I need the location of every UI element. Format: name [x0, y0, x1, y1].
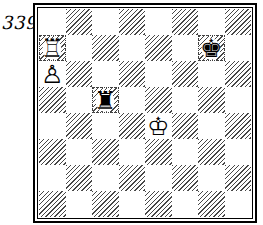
square-g1[interactable] — [198, 191, 225, 217]
square-e1[interactable] — [145, 191, 172, 217]
square-c3[interactable] — [92, 139, 119, 165]
square-c5[interactable]: ♜ — [92, 87, 119, 113]
square-e3[interactable] — [145, 139, 172, 165]
square-c1[interactable] — [92, 191, 119, 217]
square-f3[interactable] — [172, 139, 199, 165]
square-a7[interactable]: ♖ — [39, 35, 66, 61]
black-king-icon[interactable]: ♚ — [200, 36, 222, 61]
chess-diagram: 339 ♖♚♙♜♔ — [0, 0, 263, 225]
square-a6[interactable]: ♙ — [39, 61, 66, 87]
diagram-number: 339 — [1, 12, 37, 33]
chess-board: ♖♚♙♜♔ — [33, 3, 257, 223]
square-e2[interactable] — [145, 165, 172, 191]
square-f8[interactable] — [172, 9, 199, 35]
board-grid: ♖♚♙♜♔ — [39, 9, 251, 217]
chess-board-inner-border: ♖♚♙♜♔ — [37, 7, 253, 219]
square-h1[interactable] — [225, 191, 252, 217]
square-a2[interactable] — [39, 165, 66, 191]
square-b7[interactable] — [66, 35, 93, 61]
square-b5[interactable] — [66, 87, 93, 113]
square-a4[interactable] — [39, 113, 66, 139]
square-f5[interactable] — [172, 87, 199, 113]
square-h3[interactable] — [225, 139, 252, 165]
square-g6[interactable] — [198, 61, 225, 87]
square-d6[interactable] — [119, 61, 146, 87]
square-a3[interactable] — [39, 139, 66, 165]
square-g8[interactable] — [198, 9, 225, 35]
square-h2[interactable] — [225, 165, 252, 191]
square-f6[interactable] — [172, 61, 199, 87]
square-b8[interactable] — [66, 9, 93, 35]
square-e6[interactable] — [145, 61, 172, 87]
square-c4[interactable] — [92, 113, 119, 139]
square-c8[interactable] — [92, 9, 119, 35]
square-g2[interactable] — [198, 165, 225, 191]
white-pawn-icon[interactable]: ♙ — [41, 62, 63, 87]
square-a5[interactable] — [39, 87, 66, 113]
square-g3[interactable] — [198, 139, 225, 165]
square-f4[interactable] — [172, 113, 199, 139]
square-e5[interactable] — [145, 87, 172, 113]
square-f1[interactable] — [172, 191, 199, 217]
white-king-icon[interactable]: ♔ — [147, 114, 169, 139]
square-g5[interactable] — [198, 87, 225, 113]
square-b2[interactable] — [66, 165, 93, 191]
square-b1[interactable] — [66, 191, 93, 217]
square-c6[interactable] — [92, 61, 119, 87]
square-d4[interactable] — [119, 113, 146, 139]
square-d1[interactable] — [119, 191, 146, 217]
square-h6[interactable] — [225, 61, 252, 87]
square-d8[interactable] — [119, 9, 146, 35]
square-e4[interactable]: ♔ — [145, 113, 172, 139]
square-a1[interactable] — [39, 191, 66, 217]
square-d2[interactable] — [119, 165, 146, 191]
square-c2[interactable] — [92, 165, 119, 191]
black-rook-icon[interactable]: ♜ — [94, 88, 116, 113]
square-h5[interactable] — [225, 87, 252, 113]
square-b4[interactable] — [66, 113, 93, 139]
white-rook-icon[interactable]: ♖ — [41, 36, 63, 61]
square-e7[interactable] — [145, 35, 172, 61]
square-h4[interactable] — [225, 113, 252, 139]
square-b3[interactable] — [66, 139, 93, 165]
square-a8[interactable] — [39, 9, 66, 35]
square-d5[interactable] — [119, 87, 146, 113]
square-b6[interactable] — [66, 61, 93, 87]
square-g7[interactable]: ♚ — [198, 35, 225, 61]
square-c7[interactable] — [92, 35, 119, 61]
square-e8[interactable] — [145, 9, 172, 35]
square-f2[interactable] — [172, 165, 199, 191]
square-h7[interactable] — [225, 35, 252, 61]
square-f7[interactable] — [172, 35, 199, 61]
square-h8[interactable] — [225, 9, 252, 35]
square-d3[interactable] — [119, 139, 146, 165]
square-g4[interactable] — [198, 113, 225, 139]
square-d7[interactable] — [119, 35, 146, 61]
